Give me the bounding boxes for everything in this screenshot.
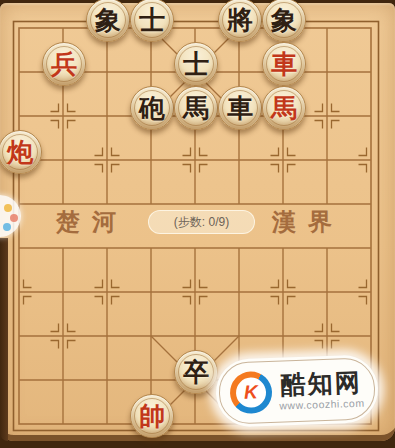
piece-glyph: 車 <box>219 87 261 129</box>
piece-glyph: 炮 <box>0 131 41 173</box>
piece-red-soldier[interactable]: 兵 <box>42 42 86 86</box>
piece-black-soldier[interactable]: 卒 <box>174 350 218 394</box>
bubble-dot-blue <box>3 223 11 231</box>
piece-red-horse[interactable]: 馬 <box>262 86 306 130</box>
piece-black-horse[interactable]: 馬 <box>174 86 218 130</box>
piece-glyph: 象 <box>263 0 305 41</box>
piece-glyph: 馬 <box>175 87 217 129</box>
piece-glyph: 車 <box>263 43 305 85</box>
piece-glyph: 士 <box>131 0 173 41</box>
piece-glyph: 帥 <box>131 395 173 437</box>
coozhi-watermark-text: 酷知网 www.coozhi.com <box>278 369 364 410</box>
coozhi-logo-icon: K <box>229 371 272 414</box>
piece-black-elephant[interactable]: 象 <box>86 0 130 42</box>
move-counter-text: (步数: 0/9) <box>174 215 229 229</box>
xiangqi-app-screen: 楚河 (步数: 0/9) 漢界 象士將象兵士車砲馬車馬炮卒帥 K 酷知网 www… <box>0 0 395 448</box>
river-label-chu-he: 楚河 <box>56 207 128 237</box>
move-counter-pill: (步数: 0/9) <box>148 210 255 234</box>
coozhi-watermark: K 酷知网 www.coozhi.com <box>215 354 379 428</box>
piece-red-cannon[interactable]: 炮 <box>0 130 42 174</box>
river-label-han-jie: 漢界 <box>272 207 344 237</box>
piece-black-cannon[interactable]: 砲 <box>130 86 174 130</box>
piece-black-elephant[interactable]: 象 <box>262 0 306 42</box>
piece-black-advisor[interactable]: 士 <box>130 0 174 42</box>
piece-red-general[interactable]: 帥 <box>130 394 174 438</box>
coozhi-logo-letter: K <box>229 371 272 414</box>
bubble-dot-coral <box>10 214 18 222</box>
piece-glyph: 砲 <box>131 87 173 129</box>
piece-black-chariot[interactable]: 車 <box>218 86 262 130</box>
coozhi-site-name: 酷知网 <box>280 369 362 397</box>
piece-glyph: 將 <box>219 0 261 41</box>
coozhi-site-url: www.coozhi.com <box>279 397 365 410</box>
piece-red-chariot[interactable]: 車 <box>262 42 306 86</box>
piece-glyph: 象 <box>87 0 129 41</box>
piece-glyph: 兵 <box>43 43 85 85</box>
piece-black-general[interactable]: 將 <box>218 0 262 42</box>
piece-glyph: 士 <box>175 43 217 85</box>
piece-glyph: 馬 <box>263 87 305 129</box>
piece-black-advisor[interactable]: 士 <box>174 42 218 86</box>
board-left-edge-shadow <box>0 238 8 441</box>
piece-glyph: 卒 <box>175 351 217 393</box>
bubble-dot-yellow <box>4 204 12 212</box>
